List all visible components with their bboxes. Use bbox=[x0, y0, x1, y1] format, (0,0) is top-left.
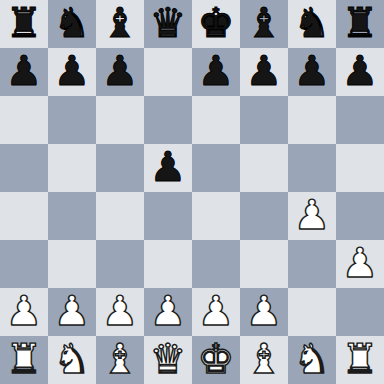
square-f3[interactable] bbox=[240, 240, 288, 288]
square-d8[interactable]: ♛ bbox=[144, 0, 192, 48]
square-e3[interactable] bbox=[192, 240, 240, 288]
square-g5[interactable] bbox=[288, 144, 336, 192]
white-pawn[interactable]: ♟ bbox=[288, 192, 336, 240]
square-c1[interactable]: ♝ bbox=[96, 336, 144, 384]
square-e5[interactable] bbox=[192, 144, 240, 192]
square-h1[interactable]: ♜ bbox=[336, 336, 384, 384]
white-bishop[interactable]: ♝ bbox=[240, 336, 288, 384]
black-knight[interactable]: ♞ bbox=[288, 0, 336, 48]
white-queen[interactable]: ♛ bbox=[144, 336, 192, 384]
square-a5[interactable] bbox=[0, 144, 48, 192]
black-king[interactable]: ♚ bbox=[192, 0, 240, 48]
square-c7[interactable]: ♟ bbox=[96, 48, 144, 96]
square-b8[interactable]: ♞ bbox=[48, 0, 96, 48]
square-b1[interactable]: ♞ bbox=[48, 336, 96, 384]
black-pawn[interactable]: ♟ bbox=[48, 48, 96, 96]
white-pawn[interactable]: ♟ bbox=[240, 288, 288, 336]
square-g4[interactable]: ♟ bbox=[288, 192, 336, 240]
square-d1[interactable]: ♛ bbox=[144, 336, 192, 384]
white-rook[interactable]: ♜ bbox=[336, 336, 384, 384]
square-h8[interactable]: ♜ bbox=[336, 0, 384, 48]
square-h4[interactable] bbox=[336, 192, 384, 240]
square-g6[interactable] bbox=[288, 96, 336, 144]
black-pawn[interactable]: ♟ bbox=[192, 48, 240, 96]
square-h7[interactable]: ♟ bbox=[336, 48, 384, 96]
square-c8[interactable]: ♝ bbox=[96, 0, 144, 48]
square-d5[interactable]: ♟ bbox=[144, 144, 192, 192]
square-a7[interactable]: ♟ bbox=[0, 48, 48, 96]
square-f4[interactable] bbox=[240, 192, 288, 240]
white-pawn[interactable]: ♟ bbox=[0, 288, 48, 336]
square-c2[interactable]: ♟ bbox=[96, 288, 144, 336]
square-e2[interactable]: ♟ bbox=[192, 288, 240, 336]
square-g1[interactable]: ♞ bbox=[288, 336, 336, 384]
square-g8[interactable]: ♞ bbox=[288, 0, 336, 48]
square-b4[interactable] bbox=[48, 192, 96, 240]
black-pawn[interactable]: ♟ bbox=[96, 48, 144, 96]
square-h3[interactable]: ♟ bbox=[336, 240, 384, 288]
white-pawn[interactable]: ♟ bbox=[336, 240, 384, 288]
black-rook[interactable]: ♜ bbox=[336, 0, 384, 48]
black-pawn[interactable]: ♟ bbox=[288, 48, 336, 96]
square-d4[interactable] bbox=[144, 192, 192, 240]
black-knight[interactable]: ♞ bbox=[48, 0, 96, 48]
square-f2[interactable]: ♟ bbox=[240, 288, 288, 336]
square-b2[interactable]: ♟ bbox=[48, 288, 96, 336]
square-c5[interactable] bbox=[96, 144, 144, 192]
square-d7[interactable] bbox=[144, 48, 192, 96]
square-a2[interactable]: ♟ bbox=[0, 288, 48, 336]
square-b6[interactable] bbox=[48, 96, 96, 144]
white-king[interactable]: ♚ bbox=[192, 336, 240, 384]
square-f6[interactable] bbox=[240, 96, 288, 144]
square-g2[interactable] bbox=[288, 288, 336, 336]
white-pawn[interactable]: ♟ bbox=[96, 288, 144, 336]
square-b5[interactable] bbox=[48, 144, 96, 192]
square-c4[interactable] bbox=[96, 192, 144, 240]
square-a1[interactable]: ♜ bbox=[0, 336, 48, 384]
square-a4[interactable] bbox=[0, 192, 48, 240]
black-bishop[interactable]: ♝ bbox=[96, 0, 144, 48]
square-h6[interactable] bbox=[336, 96, 384, 144]
square-f8[interactable]: ♝ bbox=[240, 0, 288, 48]
square-g7[interactable]: ♟ bbox=[288, 48, 336, 96]
white-pawn[interactable]: ♟ bbox=[144, 288, 192, 336]
square-e7[interactable]: ♟ bbox=[192, 48, 240, 96]
black-bishop[interactable]: ♝ bbox=[240, 0, 288, 48]
square-c3[interactable] bbox=[96, 240, 144, 288]
square-d3[interactable] bbox=[144, 240, 192, 288]
square-d6[interactable] bbox=[144, 96, 192, 144]
black-pawn[interactable]: ♟ bbox=[336, 48, 384, 96]
square-g3[interactable] bbox=[288, 240, 336, 288]
square-e4[interactable] bbox=[192, 192, 240, 240]
black-pawn[interactable]: ♟ bbox=[0, 48, 48, 96]
square-e1[interactable]: ♚ bbox=[192, 336, 240, 384]
square-a6[interactable] bbox=[0, 96, 48, 144]
black-queen[interactable]: ♛ bbox=[144, 0, 192, 48]
square-h2[interactable] bbox=[336, 288, 384, 336]
white-pawn[interactable]: ♟ bbox=[48, 288, 96, 336]
black-pawn[interactable]: ♟ bbox=[144, 144, 192, 192]
black-pawn[interactable]: ♟ bbox=[240, 48, 288, 96]
white-bishop[interactable]: ♝ bbox=[96, 336, 144, 384]
black-rook[interactable]: ♜ bbox=[0, 0, 48, 48]
square-b3[interactable] bbox=[48, 240, 96, 288]
square-e6[interactable] bbox=[192, 96, 240, 144]
white-pawn[interactable]: ♟ bbox=[192, 288, 240, 336]
square-a3[interactable] bbox=[0, 240, 48, 288]
square-d2[interactable]: ♟ bbox=[144, 288, 192, 336]
white-rook[interactable]: ♜ bbox=[0, 336, 48, 384]
square-c6[interactable] bbox=[96, 96, 144, 144]
square-h5[interactable] bbox=[336, 144, 384, 192]
square-e8[interactable]: ♚ bbox=[192, 0, 240, 48]
square-f1[interactable]: ♝ bbox=[240, 336, 288, 384]
square-b7[interactable]: ♟ bbox=[48, 48, 96, 96]
square-f7[interactable]: ♟ bbox=[240, 48, 288, 96]
white-knight[interactable]: ♞ bbox=[48, 336, 96, 384]
square-f5[interactable] bbox=[240, 144, 288, 192]
white-knight[interactable]: ♞ bbox=[288, 336, 336, 384]
square-a8[interactable]: ♜ bbox=[0, 0, 48, 48]
chess-board[interactable]: ♜♞♝♛♚♝♞♜♟♟♟♟♟♟♟♟♟♟♟♟♟♟♟♟♜♞♝♛♚♝♞♜ bbox=[0, 0, 384, 384]
